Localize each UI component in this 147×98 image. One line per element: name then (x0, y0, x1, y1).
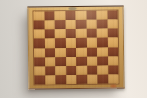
square-c5 (55, 39, 66, 48)
chessboard (27, 5, 124, 89)
square-b1 (45, 75, 56, 84)
square-c3 (55, 57, 66, 66)
square-d5 (65, 38, 76, 47)
square-a4 (34, 48, 45, 57)
frame-smudge-mark (69, 7, 77, 10)
square-a3 (34, 57, 45, 66)
square-a1 (34, 75, 45, 84)
square-c8 (55, 11, 66, 20)
square-a5 (34, 39, 45, 48)
square-f7 (86, 20, 97, 29)
square-a2 (34, 66, 45, 75)
square-a7 (34, 21, 45, 30)
square-e2 (76, 66, 87, 75)
square-d4 (66, 48, 77, 57)
square-b4 (45, 48, 56, 57)
square-e5 (76, 38, 87, 47)
square-b5 (44, 39, 55, 48)
square-e3 (76, 56, 87, 65)
square-h2 (108, 65, 119, 74)
square-e8 (76, 11, 87, 20)
square-h4 (107, 47, 118, 56)
square-e6 (76, 29, 87, 38)
square-g8 (97, 11, 108, 20)
square-b7 (44, 20, 55, 29)
square-f4 (86, 47, 97, 56)
square-g1 (97, 74, 108, 83)
square-c7 (55, 20, 66, 29)
square-b6 (44, 30, 55, 39)
square-h7 (107, 20, 118, 29)
square-g2 (97, 65, 108, 74)
square-a6 (34, 30, 45, 39)
square-d1 (66, 75, 77, 84)
square-b2 (45, 66, 56, 75)
photo-background (0, 0, 147, 98)
square-f5 (86, 38, 97, 47)
square-d6 (65, 29, 76, 38)
square-g7 (97, 20, 108, 29)
square-h3 (108, 56, 119, 65)
square-e1 (76, 75, 87, 84)
square-h1 (108, 74, 119, 83)
square-f1 (87, 75, 98, 84)
square-f8 (86, 11, 97, 20)
square-f2 (87, 65, 98, 74)
square-d7 (65, 20, 76, 29)
square-a8 (34, 11, 45, 20)
square-d2 (66, 66, 77, 75)
square-c4 (55, 48, 66, 57)
square-g6 (97, 29, 108, 38)
square-h5 (107, 38, 118, 47)
square-h8 (107, 10, 118, 19)
square-d3 (66, 57, 77, 66)
square-e4 (76, 47, 87, 56)
frame-red-stamp (110, 84, 116, 87)
square-b8 (44, 11, 55, 20)
square-d8 (65, 11, 76, 20)
square-c2 (55, 66, 66, 75)
square-b3 (45, 57, 56, 66)
square-g3 (97, 56, 108, 65)
square-e7 (76, 20, 87, 29)
square-f3 (87, 56, 98, 65)
square-g4 (97, 47, 108, 56)
board-grid (33, 9, 120, 85)
square-c6 (55, 29, 66, 38)
square-f6 (86, 29, 97, 38)
square-c1 (55, 75, 66, 84)
square-h6 (107, 29, 118, 38)
square-g5 (97, 38, 108, 47)
